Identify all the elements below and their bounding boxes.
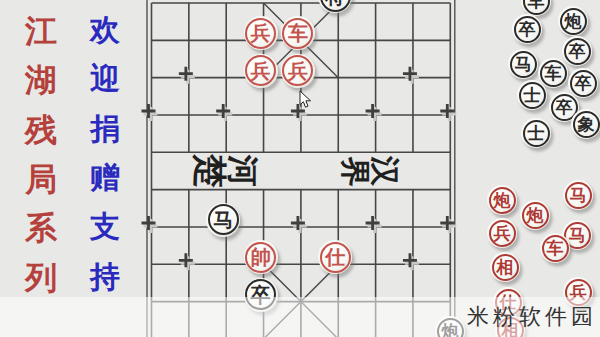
tray-piece-black-advisor: 士 — [521, 118, 551, 148]
piece-char: 卒 — [519, 21, 536, 38]
piece-char: 马 — [569, 227, 586, 244]
banner-char: 支 — [86, 207, 124, 248]
banner-char: 系 — [22, 207, 60, 251]
piece-char: 仕 — [325, 247, 345, 267]
piece-char: 炮 — [527, 207, 544, 224]
piece-char: 车 — [545, 65, 562, 82]
piece-char: 车 — [528, 0, 545, 10]
banner-char: 迎 — [86, 59, 124, 100]
tray-piece-red-horse: 马 — [563, 180, 593, 210]
river-label-char: 汉 — [365, 151, 405, 191]
piece-char: 象 — [578, 116, 595, 133]
banner-char: 欢 — [86, 10, 124, 51]
piece-char: 卒 — [575, 75, 592, 92]
piece-char: 马 — [570, 187, 587, 204]
piece-char: 兵 — [251, 23, 271, 43]
board-piece-red-chariot[interactable]: 车 — [281, 16, 315, 50]
tray-piece-red-soldier: 兵 — [487, 218, 517, 248]
banner-char: 湖 — [22, 59, 60, 103]
piece-char: 马 — [515, 56, 532, 73]
piece-char: 炮 — [494, 192, 511, 209]
mouse-cursor-icon — [299, 90, 312, 109]
banner-char: 持 — [86, 257, 124, 298]
piece-char: 马 — [213, 210, 233, 230]
banner-char: 列 — [22, 257, 60, 301]
board-piece-red-soldier[interactable]: 兵 — [244, 54, 278, 88]
piece-char: 相 — [497, 259, 514, 276]
tray-piece-black-soldier: 卒 — [512, 14, 542, 44]
piece-char: 卒 — [556, 99, 573, 116]
piece-char: 兵 — [251, 61, 271, 81]
banner-char: 捐 — [86, 109, 124, 150]
xiangqi-app-screen: 江湖残局系列 欢迎捐赠支持 楚河界汉 将兵车兵兵马帥仕卒 车炮卒卒马车卒士卒象士… — [0, 0, 600, 337]
board-piece-red-soldier[interactable]: 兵 — [244, 16, 278, 50]
river-label-char: 河 — [222, 151, 262, 191]
watermark-text: 米粉软件园 — [467, 302, 597, 332]
banner-char: 残 — [22, 109, 60, 153]
tray-piece-black-horse: 马 — [508, 49, 538, 79]
banner-char: 局 — [22, 158, 60, 202]
tray-piece-red-cannon: 炮 — [487, 185, 517, 215]
tray-piece-black-soldier: 卒 — [562, 36, 592, 66]
board-piece-black-horse[interactable]: 马 — [206, 203, 240, 237]
tray-piece-black-cannon: 炮 — [558, 6, 588, 36]
tray-piece-black-advisor: 士 — [517, 80, 547, 110]
banner-char: 赠 — [86, 158, 124, 199]
tray-piece-black-soldier: 卒 — [568, 68, 598, 98]
board-piece-red-soldier[interactable]: 兵 — [281, 54, 315, 88]
piece-char: 车 — [547, 240, 564, 257]
piece-char: 帥 — [251, 247, 271, 267]
tray-piece-red-cannon: 炮 — [520, 200, 550, 230]
piece-char: 士 — [528, 125, 545, 142]
board-piece-red-general[interactable]: 帥 — [244, 240, 278, 274]
piece-char: 将 — [325, 0, 345, 6]
piece-char: 士 — [524, 87, 541, 104]
tray-piece-red-chariot: 车 — [540, 233, 570, 263]
piece-char: 兵 — [494, 225, 511, 242]
piece-char: 车 — [288, 23, 308, 43]
tray-piece-black-elephant: 象 — [571, 109, 600, 139]
piece-char: 卒 — [569, 43, 586, 60]
piece-char: 兵 — [288, 61, 308, 81]
banner-char: 江 — [22, 10, 60, 54]
piece-char: 炮 — [565, 13, 582, 30]
tray-piece-red-elephant: 相 — [490, 252, 520, 282]
